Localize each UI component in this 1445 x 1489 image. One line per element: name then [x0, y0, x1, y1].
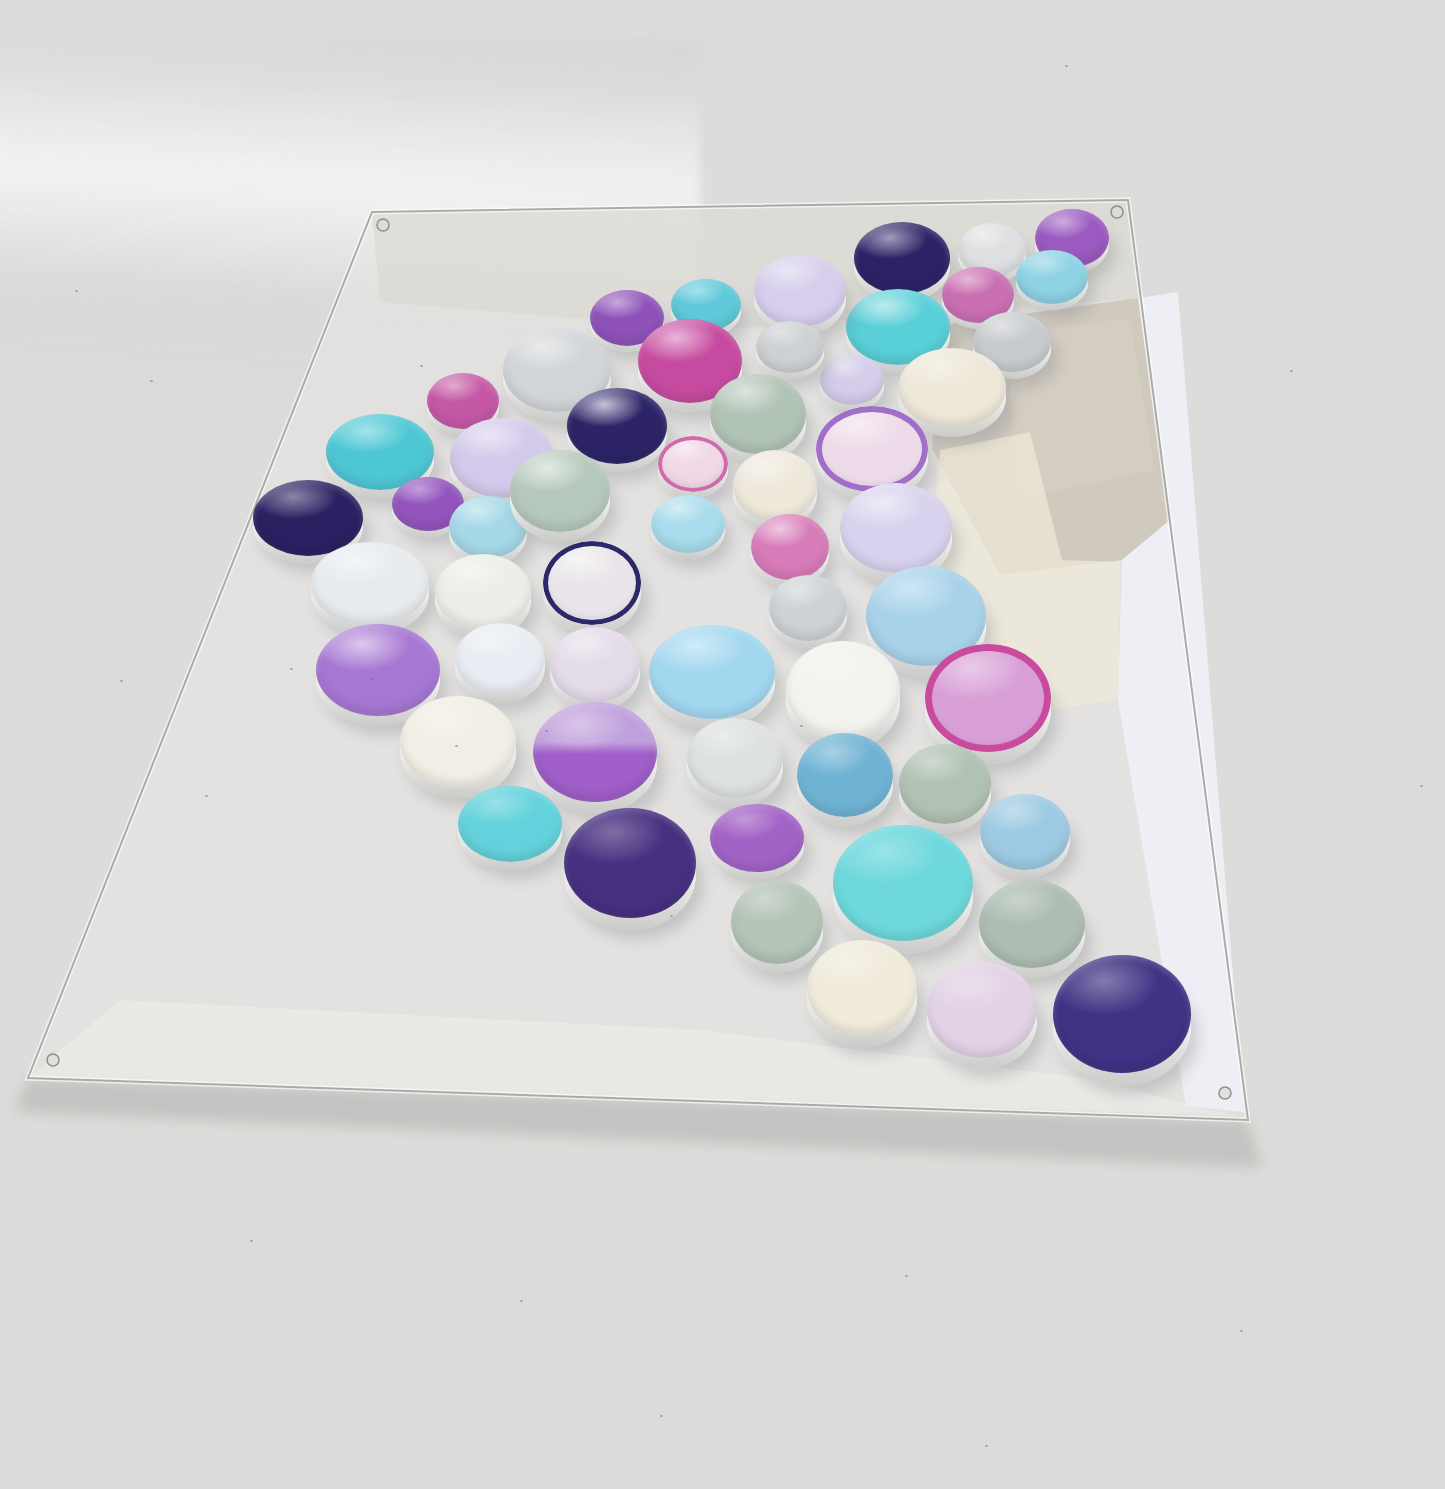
disc-enamel-face: [458, 786, 562, 862]
floor-speck: [670, 915, 673, 917]
ceramic-disc: [543, 541, 641, 634]
disc-enamel-face: [1016, 250, 1088, 304]
floor-speck: [520, 1300, 523, 1302]
disc-enamel-face: [797, 733, 893, 817]
floor-speck: [985, 1445, 988, 1447]
floor-speck: [455, 745, 458, 747]
floor-speck: [1420, 785, 1423, 787]
ceramic-disc: [820, 355, 884, 411]
ceramic-disc: [458, 786, 562, 870]
floor-speck: [660, 1415, 663, 1417]
ceramic-disc: [927, 962, 1037, 1069]
ceramic-disc: [400, 696, 516, 798]
disc-enamel-face: [980, 794, 1070, 870]
floor-speck: [120, 680, 123, 682]
disc-enamel-face: [756, 321, 824, 373]
floor-speck: [1065, 65, 1068, 67]
ceramic-disc: [455, 623, 545, 703]
ceramic-disc: [899, 744, 991, 833]
ceramic-disc: [756, 321, 824, 379]
disc-enamel-face: [550, 627, 640, 703]
disc-enamel-face: [925, 644, 1051, 752]
floor-speck: [1240, 1330, 1243, 1332]
ceramic-disc: [550, 627, 640, 711]
disc-enamel-face: [1053, 955, 1191, 1073]
ceramic-disc: [649, 625, 775, 729]
floor-speck: [905, 1275, 908, 1277]
disc-enamel-face: [807, 940, 917, 1036]
disc-layer: [0, 0, 1445, 1489]
floor-speck: [370, 678, 373, 680]
ceramic-disc: [564, 808, 696, 930]
disc-enamel-face: [455, 623, 545, 695]
disc-enamel-face: [658, 436, 728, 492]
disc-enamel-face: [754, 255, 846, 327]
ceramic-disc: [510, 450, 610, 541]
ceramic-disc: [807, 940, 917, 1047]
disc-enamel-face: [510, 450, 610, 532]
floor-speck: [150, 380, 153, 382]
disc-enamel-face: [833, 825, 973, 941]
ceramic-disc: [1016, 250, 1088, 310]
disc-enamel-face: [899, 744, 991, 824]
disc-enamel-face: [751, 514, 829, 580]
floor-speck: [250, 1240, 253, 1242]
floor-speck: [205, 795, 208, 797]
ceramic-disc: [833, 825, 973, 954]
ceramic-disc: [797, 733, 893, 826]
disc-enamel-face: [733, 450, 817, 522]
floor-speck: [290, 668, 293, 670]
floor-speck: [75, 290, 78, 292]
disc-enamel-face: [786, 641, 900, 739]
disc-enamel-face: [820, 355, 884, 405]
ceramic-disc: [687, 718, 783, 807]
disc-enamel-face: [400, 696, 516, 788]
disc-enamel-face: [311, 542, 429, 626]
disc-enamel-face: [927, 962, 1037, 1058]
floor-speck: [1290, 370, 1293, 372]
disc-enamel-face: [816, 406, 928, 492]
disc-enamel-face: [840, 483, 952, 573]
ceramic-disc: [769, 575, 847, 648]
ceramic-disc: [658, 436, 728, 498]
ceramic-disc: [311, 542, 429, 635]
disc-enamel-face: [651, 495, 725, 553]
ceramic-disc: [1053, 955, 1191, 1086]
disc-enamel-face: [769, 575, 847, 641]
floor-speck: [800, 725, 803, 727]
ceramic-disc: [980, 794, 1070, 878]
ceramic-disc: [651, 495, 725, 559]
ceramic-disc: [710, 804, 804, 879]
disc-enamel-face: [854, 222, 950, 294]
disc-enamel-face: [687, 718, 783, 798]
floor-speck: [420, 365, 423, 367]
art-photo-scene: [0, 0, 1445, 1489]
disc-enamel-face: [710, 804, 804, 872]
floor-speck: [545, 730, 548, 732]
disc-enamel-face: [564, 808, 696, 918]
disc-enamel-face: [543, 541, 641, 625]
disc-enamel-face: [649, 625, 775, 719]
disc-enamel-face: [435, 554, 531, 630]
